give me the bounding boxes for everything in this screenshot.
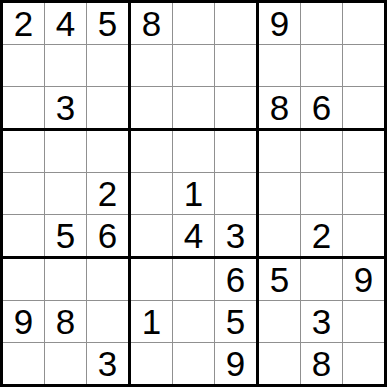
cell-r7c5[interactable] [173,259,214,300]
cell-r3c1[interactable] [3,87,44,128]
cell-r1c5[interactable] [173,3,214,44]
cell-r7c9: 9 [343,259,384,300]
cell-r3c4[interactable] [131,87,172,128]
box-8: 6159 [131,259,256,384]
cell-r2c8[interactable] [301,45,342,86]
cell-r9c6: 9 [215,343,256,384]
cell-r1c8[interactable] [301,3,342,44]
cell-r8c5[interactable] [173,301,214,342]
cell-r9c5[interactable] [173,343,214,384]
cell-r4c7[interactable] [259,131,300,172]
box-5: 143 [131,131,256,256]
cell-r9c1[interactable] [3,343,44,384]
cell-r6c5: 4 [173,215,214,256]
box-4: 256 [3,131,128,256]
cell-r3c9[interactable] [343,87,384,128]
box-3: 986 [259,3,384,128]
cell-r7c2[interactable] [45,259,86,300]
cell-r4c9[interactable] [343,131,384,172]
cell-r1c2: 4 [45,3,86,44]
cell-r3c5[interactable] [173,87,214,128]
cell-r6c3: 6 [87,215,128,256]
cell-r9c4[interactable] [131,343,172,384]
cell-r5c3: 2 [87,173,128,214]
cell-r5c2[interactable] [45,173,86,214]
box-2: 8 [131,3,256,128]
cell-r2c1[interactable] [3,45,44,86]
cell-r2c6[interactable] [215,45,256,86]
cell-r6c9[interactable] [343,215,384,256]
cell-r5c8[interactable] [301,173,342,214]
cell-r6c6: 3 [215,215,256,256]
cell-r6c4[interactable] [131,215,172,256]
cell-r3c6[interactable] [215,87,256,128]
cell-r8c2: 8 [45,301,86,342]
cell-r5c1[interactable] [3,173,44,214]
cell-r8c8: 3 [301,301,342,342]
cell-r9c3: 3 [87,343,128,384]
cell-r4c1[interactable] [3,131,44,172]
cell-r2c4[interactable] [131,45,172,86]
cell-r3c7: 8 [259,87,300,128]
cell-r2c3[interactable] [87,45,128,86]
cell-r8c4: 1 [131,301,172,342]
cell-r4c5[interactable] [173,131,214,172]
cell-r2c9[interactable] [343,45,384,86]
cell-r5c7[interactable] [259,173,300,214]
cell-r1c6[interactable] [215,3,256,44]
cell-r5c4[interactable] [131,173,172,214]
cell-r7c7: 5 [259,259,300,300]
cell-r9c8: 8 [301,343,342,384]
cell-r3c3[interactable] [87,87,128,128]
cell-r8c3[interactable] [87,301,128,342]
cell-r5c9[interactable] [343,173,384,214]
cell-r3c8: 6 [301,87,342,128]
cell-r8c1: 9 [3,301,44,342]
cell-r4c2[interactable] [45,131,86,172]
cell-r7c8[interactable] [301,259,342,300]
box-1: 2453 [3,3,128,128]
cell-r5c6[interactable] [215,173,256,214]
cell-r1c1: 2 [3,3,44,44]
cell-r4c4[interactable] [131,131,172,172]
sudoku-board: 2453 8 986 256 143 2 983 6159 5938 [0,0,387,387]
cell-r7c3[interactable] [87,259,128,300]
cell-r1c9[interactable] [343,3,384,44]
cell-r3c2: 3 [45,87,86,128]
cell-r4c6[interactable] [215,131,256,172]
cell-r7c4[interactable] [131,259,172,300]
cell-r9c2[interactable] [45,343,86,384]
cell-r1c7: 9 [259,3,300,44]
box-6: 2 [259,131,384,256]
cell-r2c2[interactable] [45,45,86,86]
cell-r9c9[interactable] [343,343,384,384]
cell-r8c9[interactable] [343,301,384,342]
cell-r2c7[interactable] [259,45,300,86]
box-7: 983 [3,259,128,384]
cell-r6c2: 5 [45,215,86,256]
cell-r7c1[interactable] [3,259,44,300]
box-9: 5938 [259,259,384,384]
cell-r7c6: 6 [215,259,256,300]
cell-r5c5: 1 [173,173,214,214]
cell-r4c8[interactable] [301,131,342,172]
cell-r1c4: 8 [131,3,172,44]
cell-r6c8: 2 [301,215,342,256]
cell-r4c3[interactable] [87,131,128,172]
cell-r2c5[interactable] [173,45,214,86]
cell-r6c1[interactable] [3,215,44,256]
cell-r8c6: 5 [215,301,256,342]
cell-r6c7[interactable] [259,215,300,256]
cell-r9c7[interactable] [259,343,300,384]
cell-r8c7[interactable] [259,301,300,342]
cell-r1c3: 5 [87,3,128,44]
